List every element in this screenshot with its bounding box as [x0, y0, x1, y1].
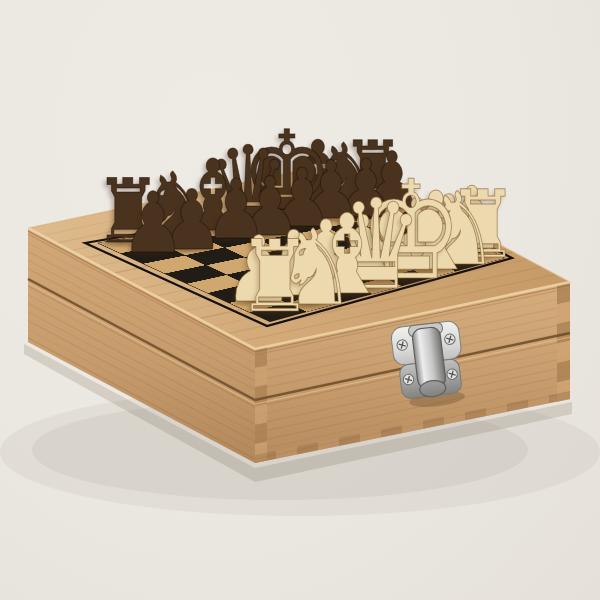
product-photo-stage: ♜♞♝♛♚♝♞♜♟♟♟♟♟♟♟♟♟♟♟♟♟♟♟♟♜♞♝♛♚♝♞♜ — [0, 0, 600, 600]
